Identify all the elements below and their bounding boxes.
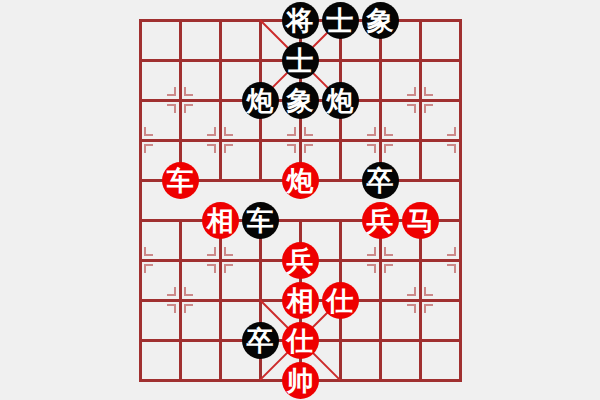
piece-black-advisor[interactable]: 士: [282, 42, 319, 79]
piece-black-general[interactable]: 将: [282, 2, 319, 39]
piece-red-advisor[interactable]: 仕: [322, 282, 359, 319]
piece-red-elephant[interactable]: 相: [202, 202, 239, 239]
board-pieces-layer: 将士象士炮象炮卒车卒车炮相兵马兵相仕仕帅: [0, 0, 600, 400]
piece-black-elephant[interactable]: 象: [282, 82, 319, 119]
piece-black-chariot[interactable]: 车: [242, 202, 279, 239]
piece-red-soldier[interactable]: 兵: [362, 202, 399, 239]
piece-black-elephant[interactable]: 象: [362, 2, 399, 39]
piece-red-general[interactable]: 帅: [282, 362, 319, 399]
piece-black-advisor[interactable]: 士: [322, 2, 359, 39]
piece-black-cannon[interactable]: 炮: [322, 82, 359, 119]
piece-red-advisor[interactable]: 仕: [282, 322, 319, 359]
piece-red-chariot[interactable]: 车: [162, 162, 199, 199]
piece-black-cannon[interactable]: 炮: [242, 82, 279, 119]
page-background: 将士象士炮象炮卒车卒车炮相兵马兵相仕仕帅: [0, 0, 600, 400]
piece-black-soldier[interactable]: 卒: [362, 162, 399, 199]
piece-red-horse[interactable]: 马: [402, 202, 439, 239]
piece-red-soldier[interactable]: 兵: [282, 242, 319, 279]
piece-red-elephant[interactable]: 相: [282, 282, 319, 319]
piece-red-cannon[interactable]: 炮: [282, 162, 319, 199]
piece-black-soldier[interactable]: 卒: [242, 322, 279, 359]
